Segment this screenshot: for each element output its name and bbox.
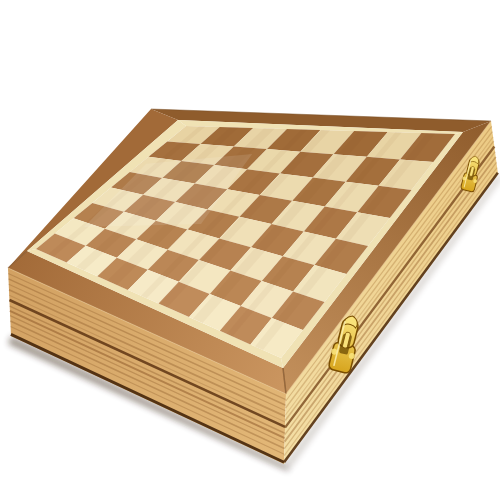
product-photo <box>0 0 500 500</box>
chess-box-photo <box>0 0 500 500</box>
